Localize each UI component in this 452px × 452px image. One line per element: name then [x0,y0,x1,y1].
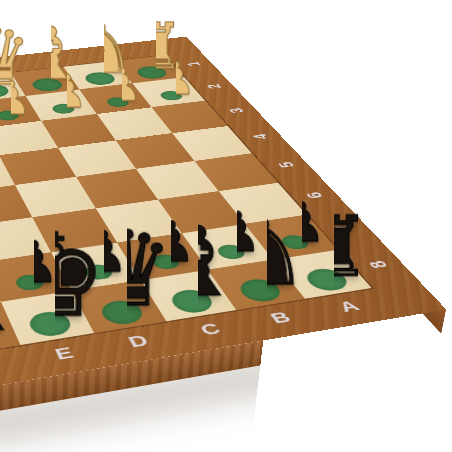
rank-label-2: 2 [181,75,248,97]
felt-base [29,77,66,93]
felt-base [0,83,12,99]
rank-label-4: 4 [224,124,296,150]
rank-label-3: 3 [202,99,271,123]
square-b4[interactable] [116,133,195,169]
felt-base [133,65,170,80]
square-c2[interactable]: ♟ [26,90,97,121]
rank-label-1: 1 [161,54,225,75]
square-d3[interactable] [0,121,58,155]
file-label-c: C [170,315,255,348]
coordinate-labels: HGFEDCBA12345678 [0,37,186,92]
square-b1[interactable]: ♞ [63,61,132,90]
felt-base [158,90,185,101]
square-c3[interactable] [41,114,115,148]
perspective-wrapper: ♜♞♝♚♛♝♞♜♟♟♟♟♟♟♟♟♟♟♟♟♟♟♟♟♜♞♝♚♛♝♞♜ HGFEDCB… [0,0,452,452]
felt-base [82,71,119,86]
square-b5[interactable] [136,161,219,200]
square-c4[interactable] [58,140,136,176]
square-b3[interactable] [97,107,172,140]
felt-base [0,110,21,122]
square-b2[interactable]: ♟ [80,83,152,114]
board-photo: ♜♞♝♚♛♝♞♜♟♟♟♟♟♟♟♟♟♟♟♟♟♟♟♟♜♞♝♚♛♝♞♜ HGFEDCB… [0,0,452,452]
square-f8[interactable]: ♝ [0,302,20,358]
square-d1[interactable]: ♛ [0,73,26,103]
rank-label-5: 5 [249,151,325,179]
file-label-a: A [309,293,393,324]
file-label-b: B [240,304,325,336]
felt-base [104,96,131,108]
square-d2[interactable]: ♟ [0,96,41,128]
square-c1[interactable]: ♝ [11,67,79,96]
square-d4[interactable] [0,148,76,185]
chess-board: ♜♞♝♚♛♝♞♜♟♟♟♟♟♟♟♟♟♟♟♟♟♟♟♟♜♞♝♚♛♝♞♜ HGFEDCB… [0,37,446,431]
felt-base [50,103,77,115]
